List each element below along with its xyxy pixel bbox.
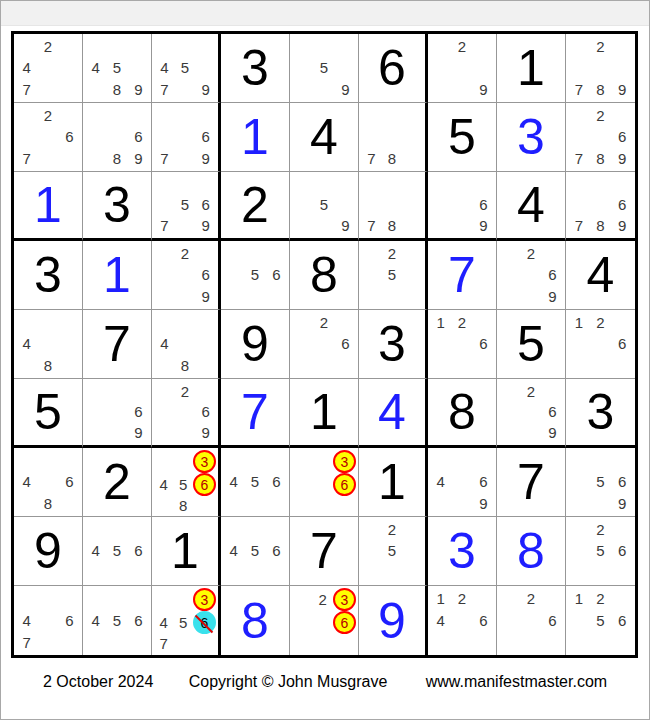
candidate-digit: 8 [37,493,58,514]
given-digit: 3 [34,250,62,300]
cell-r7c6[interactable]: 1 [359,448,428,517]
cell-r1c6[interactable]: 6 [359,34,428,103]
candidate-digit: 6 [473,471,494,492]
cell-r2c2[interactable]: 689 [83,103,152,172]
candidate-digit: 4 [85,610,106,632]
cell-r1c5[interactable]: 59 [290,34,359,103]
given-digit: 4 [310,112,338,162]
cell-r8c1[interactable]: 9 [14,517,83,586]
highlighted-candidate: 3 [333,588,356,611]
cell-r8c6[interactable]: 25 [359,517,428,586]
cell-r9c9[interactable]: 1256 [566,586,635,655]
solved-digit: 1 [103,250,131,300]
cell-r7c1[interactable]: 468 [14,448,83,517]
given-digit: 1 [378,457,406,507]
candidate-digit: 1 [430,312,451,333]
cell-r5c8[interactable]: 5 [497,310,566,379]
candidate-digit: 2 [313,312,334,333]
highlighted-candidate: 6 [333,611,356,634]
cell-r3c8[interactable]: 4 [497,172,566,241]
cell-r8c3[interactable]: 1 [152,517,221,586]
cell-r9c7[interactable]: 1246 [428,586,497,655]
candidate-digit: 2 [520,381,541,402]
cell-r8c4[interactable]: 456 [221,517,290,586]
candidate-digit: 6 [611,333,633,354]
cell-r1c9[interactable]: 2789 [566,34,635,103]
cell-r4c9[interactable]: 4 [566,241,635,310]
given-digit: 3 [103,180,131,230]
candidate-digit: 6 [473,195,494,216]
candidate-digit: 9 [473,79,494,100]
cell-r2c9[interactable]: 26789 [566,103,635,172]
candidate-digit: 5 [175,57,196,78]
candidate-digit: 5 [590,471,612,492]
cell-r4c6[interactable]: 25 [359,241,428,310]
candidate-digit: 9 [195,79,216,100]
candidate-digit: 6 [611,540,633,561]
candidate-digit: 8 [382,148,403,169]
footer-date: 2 October 2024 [43,673,153,691]
cell-r1c1[interactable]: 247 [14,34,83,103]
cell-r5c1[interactable]: 48 [14,310,83,379]
cell-r8c9[interactable]: 256 [566,517,635,586]
given-digit: 1 [171,526,199,576]
candidate-digit: 5 [244,264,265,285]
candidate-digit: 9 [128,422,149,443]
cell-r9c8[interactable]: 26 [497,586,566,655]
candidate-digit: 9 [195,215,216,236]
candidate-digit: 9 [195,422,216,443]
given-digit: 5 [517,319,545,369]
cell-r9c2[interactable]: 456 [83,586,152,655]
candidate-digit: 6 [195,195,216,216]
cell-r3c6[interactable]: 78 [359,172,428,241]
candidate-digit: 9 [473,493,494,514]
candidate-digit: 5 [106,610,127,632]
candidate-digit: 7 [16,631,37,653]
cell-r2c6[interactable]: 78 [359,103,428,172]
candidate-digit: 4 [223,471,244,492]
cell-r5c7[interactable]: 126 [428,310,497,379]
candidate-digit: 8 [106,148,127,169]
candidate-digit: 5 [313,57,334,78]
candidate-digit: 9 [128,148,149,169]
candidate-digit: 8 [382,215,403,236]
given-digit: 7 [310,526,338,576]
candidate-digit: 6 [473,610,494,632]
cell-r9c4[interactable]: 8 [221,586,290,655]
candidate-digit: 6 [542,264,563,285]
candidate-digit: 1 [430,588,451,610]
candidate-digit: 8 [174,496,194,514]
cell-r2c7[interactable]: 5 [428,103,497,172]
cell-r5c9[interactable]: 126 [566,310,635,379]
footer-copyright: Copyright © John Musgrave [189,673,388,691]
candidate-digit: 9 [335,79,356,100]
cell-r6c7[interactable]: 8 [428,379,497,448]
cell-r3c5[interactable]: 59 [290,172,359,241]
cell-r7c8[interactable]: 7 [497,448,566,517]
candidate-digit: 2 [37,36,58,57]
candidate-digit: 5 [382,264,403,285]
candidate-digit: 4 [16,57,37,78]
highlighted-candidate: 3 [193,450,216,473]
highlighted-candidate: 3 [193,588,216,611]
candidate-digit: 2 [175,381,196,402]
candidate-digit: 9 [611,148,633,169]
cell-r6c8[interactable]: 269 [497,379,566,448]
cell-r9c6[interactable]: 9 [359,586,428,655]
candidate-digit: 4 [154,57,175,78]
given-digit: 8 [448,387,476,437]
candidate-digit: 6 [128,402,149,423]
given-digit: 3 [378,319,406,369]
given-digit: 8 [310,250,338,300]
cell-r4c4[interactable]: 56 [221,241,290,310]
cell-r7c2[interactable]: 2 [83,448,152,517]
cell-r2c8[interactable]: 3 [497,103,566,172]
highlighted-candidate: 3 [333,450,356,473]
candidate-digit: 1 [568,588,590,610]
candidate-digit: 6 [542,402,563,423]
cell-r6c6[interactable]: 4 [359,379,428,448]
cell-r3c3[interactable]: 5679 [152,172,221,241]
candidate-digit: 7 [568,148,590,169]
candidate-digit: 4 [430,471,451,492]
cell-r6c5[interactable]: 1 [290,379,359,448]
cell-r2c3[interactable]: 679 [152,103,221,172]
candidate-digit: 2 [520,243,541,264]
candidate-digit: 5 [106,540,127,561]
candidate-digit: 4 [154,473,174,496]
cell-r2c1[interactable]: 267 [14,103,83,172]
given-digit: 2 [103,457,131,507]
candidate-digit: 8 [590,79,612,100]
cell-r8c7[interactable]: 3 [428,517,497,586]
cell-r7c9[interactable]: 569 [566,448,635,517]
candidate-digit: 6 [266,471,287,492]
candidate-digit: 5 [106,57,127,78]
candidate-digit: 2 [382,243,403,264]
candidate-digit: 4 [16,471,37,492]
candidate-digit: 9 [542,422,563,443]
cell-r8c5[interactable]: 7 [290,517,359,586]
eliminated-candidate: 6 [193,611,216,634]
candidate-digit: 5 [313,195,334,216]
candidate-digit: 6 [266,540,287,561]
footer-website: www.manifestmaster.com [426,673,607,691]
candidate-digit: 2 [313,588,334,611]
cell-r6c4[interactable]: 7 [221,379,290,448]
cell-r1c2[interactable]: 4589 [83,34,152,103]
candidate-digit: 5 [244,540,265,561]
cell-r3c7[interactable]: 69 [428,172,497,241]
candidate-digit: 5 [244,471,265,492]
given-digit: 5 [34,387,62,437]
candidate-digit: 2 [175,243,196,264]
candidate-digit: 9 [542,286,563,307]
candidate-digit: 2 [590,519,612,540]
given-digit: 4 [517,180,545,230]
cell-r6c3[interactable]: 269 [152,379,221,448]
candidate-digit: 7 [568,79,590,100]
given-digit: 3 [241,43,269,93]
candidate-digit: 5 [382,540,403,561]
sudoku-board: 2474589457935962912789267689679147853267… [11,31,638,658]
candidate-digit: 9 [611,215,633,236]
cell-r1c3[interactable]: 4579 [152,34,221,103]
candidate-digit: 8 [590,215,612,236]
cell-r8c8[interactable]: 8 [497,517,566,586]
candidate-digit: 7 [154,79,175,100]
candidate-digit: 4 [85,540,106,561]
cell-r6c1[interactable]: 5 [14,379,83,448]
cell-r7c3[interactable]: 34568 [152,448,221,517]
cell-r5c2[interactable]: 7 [83,310,152,379]
cell-r3c9[interactable]: 6789 [566,172,635,241]
candidate-digit: 6 [611,610,633,632]
cell-r7c4[interactable]: 456 [221,448,290,517]
cell-r2c5[interactable]: 4 [290,103,359,172]
candidate-digit: 2 [451,36,472,57]
cell-r5c6[interactable]: 3 [359,310,428,379]
candidate-digit: 9 [611,493,633,514]
candidate-digit: 7 [154,215,175,236]
cell-r4c7[interactable]: 7 [428,241,497,310]
candidate-digit: 6 [195,126,216,147]
candidate-digit: 2 [520,588,541,610]
cell-r7c5[interactable]: 36 [290,448,359,517]
candidate-digit: 2 [451,588,472,610]
given-digit: 9 [241,319,269,369]
sudoku-page: 2474589457935962912789267689679147853267… [0,0,650,720]
candidate-digit: 9 [473,215,494,236]
candidate-digit: 6 [128,540,149,561]
cell-r8c2[interactable]: 456 [83,517,152,586]
candidate-digit: 5 [174,611,194,634]
candidate-digit: 6 [611,195,633,216]
solved-digit: 9 [378,596,406,646]
candidate-digit: 5 [590,610,612,632]
cell-r6c2[interactable]: 69 [83,379,152,448]
candidate-digit: 7 [16,79,37,100]
cell-r4c3[interactable]: 269 [152,241,221,310]
candidate-digit: 6 [195,402,216,423]
candidate-digit: 9 [128,79,149,100]
candidate-digit: 2 [37,105,58,126]
candidate-digit: 6 [59,471,80,492]
given-digit: 4 [587,250,615,300]
cell-r5c4[interactable]: 9 [221,310,290,379]
cell-r9c1[interactable]: 467 [14,586,83,655]
candidate-digit: 6 [128,126,149,147]
cell-r3c2[interactable]: 3 [83,172,152,241]
given-digit: 5 [448,112,476,162]
cell-r3c1[interactable]: 1 [14,172,83,241]
cell-r2c4[interactable]: 1 [221,103,290,172]
candidate-digit: 9 [611,79,633,100]
given-digit: 9 [34,526,62,576]
solved-digit: 4 [378,387,406,437]
top-band [1,1,649,26]
candidate-digit: 6 [128,610,149,632]
candidate-digit: 6 [542,610,563,632]
candidate-digit: 6 [611,126,633,147]
candidate-digit: 9 [195,286,216,307]
given-digit: 6 [378,43,406,93]
candidate-digit: 6 [611,471,633,492]
candidate-digit: 6 [473,333,494,354]
candidate-digit: 2 [451,312,472,333]
footer: 2 October 2024 Copyright © John Musgrave… [1,673,649,691]
candidate-digit: 6 [59,610,80,632]
solved-digit: 7 [448,250,476,300]
candidate-digit: 7 [154,634,174,653]
candidate-digit: 9 [195,148,216,169]
cell-r4c2[interactable]: 1 [83,241,152,310]
given-digit: 2 [241,180,269,230]
candidate-digit: 6 [59,126,80,147]
cell-r4c5[interactable]: 8 [290,241,359,310]
cell-r7c7[interactable]: 469 [428,448,497,517]
highlighted-candidate: 6 [193,473,216,496]
candidate-digit: 9 [335,215,356,236]
solved-digit: 3 [448,526,476,576]
candidate-digit: 4 [154,611,174,634]
candidate-digit: 8 [106,79,127,100]
cell-r3c4[interactable]: 2 [221,172,290,241]
candidate-digit: 4 [154,333,175,354]
cell-r9c3[interactable]: 34567 [152,586,221,655]
candidate-digit: 4 [85,57,106,78]
candidate-digit: 5 [590,540,612,561]
given-digit: 7 [103,319,131,369]
candidate-digit: 6 [266,264,287,285]
candidate-digit: 2 [590,36,612,57]
given-digit: 1 [310,387,338,437]
solved-digit: 1 [34,180,62,230]
candidate-digit: 2 [590,105,612,126]
solved-digit: 8 [241,596,269,646]
candidate-digit: 8 [175,355,196,376]
cell-r4c1[interactable]: 3 [14,241,83,310]
given-digit: 3 [587,387,615,437]
cell-r9c5[interactable]: 236 [290,586,359,655]
cell-r1c7[interactable]: 29 [428,34,497,103]
candidate-digit: 8 [590,148,612,169]
candidate-digit: 6 [195,264,216,285]
candidate-digit: 4 [223,540,244,561]
cell-r1c8[interactable]: 1 [497,34,566,103]
candidate-digit: 5 [174,473,194,496]
candidate-digit: 7 [361,148,382,169]
candidate-digit: 4 [16,333,37,354]
cell-r1c4[interactable]: 3 [221,34,290,103]
solved-digit: 1 [241,112,269,162]
given-digit: 1 [517,43,545,93]
highlighted-candidate: 6 [333,473,356,496]
candidate-digit: 4 [430,610,451,632]
cell-r5c3[interactable]: 48 [152,310,221,379]
candidate-digit: 8 [37,355,58,376]
candidate-digit: 4 [16,610,37,632]
candidate-digit: 2 [590,588,612,610]
cell-r6c9[interactable]: 3 [566,379,635,448]
candidate-digit: 7 [154,148,175,169]
candidate-digit: 7 [568,215,590,236]
candidate-digit: 2 [382,519,403,540]
candidate-digit: 5 [175,195,196,216]
candidate-digit: 2 [590,312,612,333]
candidate-digit: 1 [568,312,590,333]
cell-r4c8[interactable]: 269 [497,241,566,310]
candidate-digit: 7 [361,215,382,236]
solved-digit: 7 [241,387,269,437]
candidate-digit: 7 [16,148,37,169]
cell-r5c5[interactable]: 26 [290,310,359,379]
solved-digit: 3 [517,112,545,162]
given-digit: 7 [517,457,545,507]
solved-digit: 8 [517,526,545,576]
candidate-digit: 6 [335,333,356,354]
